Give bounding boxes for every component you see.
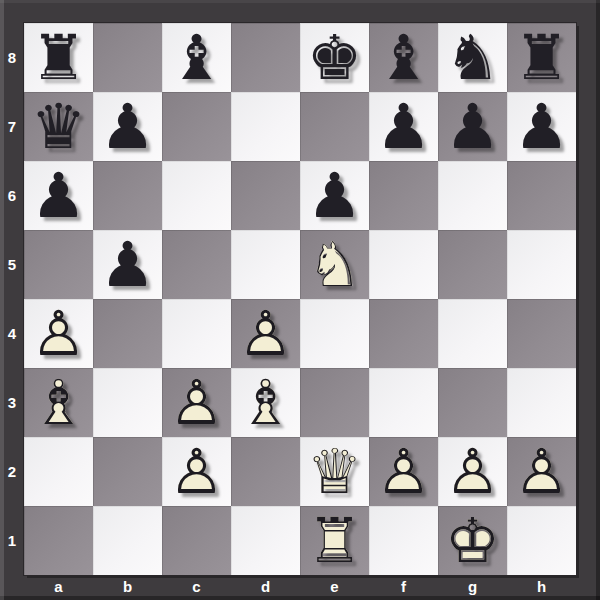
piece-glyph-fill: ♟ [369,92,438,161]
square-g5[interactable] [438,230,507,299]
piece-glyph-outline: ♙ [162,437,231,506]
square-h3[interactable] [507,368,576,437]
square-h7[interactable]: ♟ [507,92,576,161]
black-pawn-icon[interactable]: ♟ [93,92,162,161]
piece-glyph-fill: ♜ [24,23,93,92]
file-label-b: b [93,575,162,600]
square-f1[interactable] [369,506,438,575]
square-a6[interactable]: ♟ [24,161,93,230]
black-queen-icon[interactable]: ♛ [24,92,93,161]
square-a4[interactable]: ♟♙ [24,299,93,368]
white-pawn-icon[interactable]: ♟♙ [507,437,576,506]
square-e3[interactable] [300,368,369,437]
square-h1[interactable] [507,506,576,575]
file-label-e: e [300,575,369,600]
square-d8[interactable] [231,23,300,92]
square-f2[interactable]: ♟♙ [369,437,438,506]
square-g8[interactable]: ♞ [438,23,507,92]
square-h5[interactable] [507,230,576,299]
square-e7[interactable] [300,92,369,161]
square-b5[interactable]: ♟ [93,230,162,299]
square-b2[interactable] [93,437,162,506]
black-bishop-icon[interactable]: ♝ [162,23,231,92]
square-e8[interactable]: ♚ [300,23,369,92]
square-f3[interactable] [369,368,438,437]
file-label-c: c [162,575,231,600]
piece-glyph-outline: ♙ [507,437,576,506]
chess-board: ♜♝♚♝♞♜♛♟♟♟♟♟♟♟♞♘♟♙♟♙♝♗♟♙♝♗♟♙♛♕♟♙♟♙♟♙♜♖♚♔ [24,23,576,575]
file-label-a: a [24,575,93,600]
piece-glyph-outline: ♙ [24,299,93,368]
square-f8[interactable]: ♝ [369,23,438,92]
file-label-g: g [438,575,507,600]
square-c4[interactable] [162,299,231,368]
square-a2[interactable] [24,437,93,506]
piece-glyph-fill: ♟ [300,161,369,230]
white-knight-icon[interactable]: ♞♘ [300,230,369,299]
white-pawn-icon[interactable]: ♟♙ [438,437,507,506]
square-b1[interactable] [93,506,162,575]
black-rook-icon[interactable]: ♜ [24,23,93,92]
piece-glyph-fill: ♚ [300,23,369,92]
square-c5[interactable] [162,230,231,299]
square-d7[interactable] [231,92,300,161]
board-frame: 87654321 ♜♝♚♝♞♜♛♟♟♟♟♟♟♟♞♘♟♙♟♙♝♗♟♙♝♗♟♙♛♕♟… [0,0,600,600]
square-h6[interactable] [507,161,576,230]
piece-glyph-outline: ♗ [24,368,93,437]
square-c1[interactable] [162,506,231,575]
square-d2[interactable] [231,437,300,506]
black-pawn-icon[interactable]: ♟ [24,161,93,230]
piece-glyph-outline: ♙ [231,299,300,368]
square-g2[interactable]: ♟♙ [438,437,507,506]
white-queen-icon[interactable]: ♛♕ [300,437,369,506]
square-f5[interactable] [369,230,438,299]
square-h4[interactable] [507,299,576,368]
black-king-icon[interactable]: ♚ [300,23,369,92]
piece-glyph-outline: ♔ [438,506,507,575]
square-a7[interactable]: ♛ [24,92,93,161]
square-d5[interactable] [231,230,300,299]
black-pawn-icon[interactable]: ♟ [300,161,369,230]
square-g7[interactable]: ♟ [438,92,507,161]
square-a3[interactable]: ♝♗ [24,368,93,437]
rank-label-7: 7 [0,92,24,161]
square-b7[interactable]: ♟ [93,92,162,161]
square-d4[interactable]: ♟♙ [231,299,300,368]
file-labels: abcdefgh [24,575,576,600]
black-pawn-icon[interactable]: ♟ [438,92,507,161]
rank-label-8: 8 [0,23,24,92]
piece-glyph-outline: ♖ [300,506,369,575]
black-bishop-icon[interactable]: ♝ [369,23,438,92]
square-f4[interactable] [369,299,438,368]
piece-glyph-fill: ♟ [438,92,507,161]
file-label-d: d [231,575,300,600]
square-g6[interactable] [438,161,507,230]
white-bishop-icon[interactable]: ♝♗ [24,368,93,437]
black-pawn-icon[interactable]: ♟ [369,92,438,161]
square-h2[interactable]: ♟♙ [507,437,576,506]
piece-glyph-fill: ♟ [24,161,93,230]
piece-glyph-fill: ♟ [93,230,162,299]
square-g1[interactable]: ♚♔ [438,506,507,575]
piece-glyph-fill: ♛ [24,92,93,161]
square-e1[interactable]: ♜♖ [300,506,369,575]
square-e2[interactable]: ♛♕ [300,437,369,506]
square-b4[interactable] [93,299,162,368]
square-b6[interactable] [93,161,162,230]
piece-glyph-fill: ♜ [507,23,576,92]
square-c7[interactable] [162,92,231,161]
piece-glyph-outline: ♘ [300,230,369,299]
black-knight-icon[interactable]: ♞ [438,23,507,92]
file-label-h: h [507,575,576,600]
file-label-f: f [369,575,438,600]
square-c6[interactable] [162,161,231,230]
square-a5[interactable] [24,230,93,299]
square-a8[interactable]: ♜ [24,23,93,92]
piece-glyph-outline: ♙ [369,437,438,506]
square-d3[interactable]: ♝♗ [231,368,300,437]
square-g4[interactable] [438,299,507,368]
square-d1[interactable] [231,506,300,575]
piece-glyph-fill: ♝ [369,23,438,92]
rank-label-5: 5 [0,230,24,299]
white-pawn-icon[interactable]: ♟♙ [162,437,231,506]
square-e4[interactable] [300,299,369,368]
rank-label-1: 1 [0,506,24,575]
square-c8[interactable]: ♝ [162,23,231,92]
square-a1[interactable] [24,506,93,575]
black-pawn-icon[interactable]: ♟ [93,230,162,299]
piece-glyph-outline: ♙ [438,437,507,506]
square-b8[interactable] [93,23,162,92]
piece-glyph-fill: ♟ [507,92,576,161]
square-d6[interactable] [231,161,300,230]
rank-label-2: 2 [0,437,24,506]
piece-glyph-fill: ♟ [93,92,162,161]
piece-glyph-fill: ♝ [162,23,231,92]
square-b3[interactable] [93,368,162,437]
square-c2[interactable]: ♟♙ [162,437,231,506]
white-pawn-icon[interactable]: ♟♙ [369,437,438,506]
white-pawn-icon[interactable]: ♟♙ [231,299,300,368]
rank-label-6: 6 [0,161,24,230]
piece-glyph-outline: ♙ [162,368,231,437]
white-king-icon[interactable]: ♚♔ [438,506,507,575]
piece-glyph-fill: ♞ [438,23,507,92]
square-c3[interactable]: ♟♙ [162,368,231,437]
white-pawn-icon[interactable]: ♟♙ [24,299,93,368]
rank-label-3: 3 [0,368,24,437]
white-rook-icon[interactable]: ♜♖ [300,506,369,575]
white-pawn-icon[interactable]: ♟♙ [162,368,231,437]
square-h8[interactable]: ♜ [507,23,576,92]
rank-labels: 87654321 [0,23,24,575]
white-bishop-icon[interactable]: ♝♗ [231,368,300,437]
rank-label-4: 4 [0,299,24,368]
square-f6[interactable] [369,161,438,230]
square-g3[interactable] [438,368,507,437]
square-f7[interactable]: ♟ [369,92,438,161]
black-pawn-icon[interactable]: ♟ [507,92,576,161]
piece-glyph-outline: ♗ [231,368,300,437]
black-rook-icon[interactable]: ♜ [507,23,576,92]
piece-glyph-outline: ♕ [300,437,369,506]
square-e5[interactable]: ♞♘ [300,230,369,299]
square-e6[interactable]: ♟ [300,161,369,230]
